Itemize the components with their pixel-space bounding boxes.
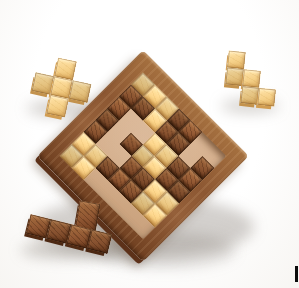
artifact-mark — [295, 266, 298, 282]
loose-piece-light-staircase[interactable] — [223, 50, 279, 106]
loose-piece-light-cross[interactable] — [28, 54, 96, 122]
piece-cell[interactable] — [227, 50, 246, 69]
puzzle-photo — [0, 0, 299, 288]
piece-cell[interactable] — [240, 86, 259, 105]
piece-cell[interactable] — [257, 88, 276, 107]
piece-cell[interactable] — [69, 80, 92, 103]
piece-cell[interactable] — [46, 95, 69, 118]
piece-cell[interactable] — [225, 67, 244, 86]
piece-cell[interactable] — [242, 69, 261, 88]
